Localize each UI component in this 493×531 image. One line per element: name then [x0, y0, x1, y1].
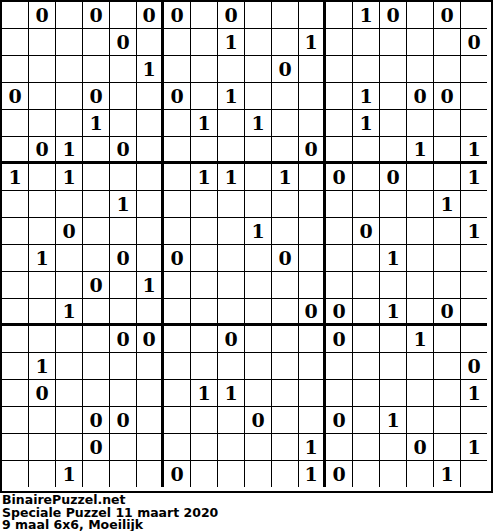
cell-r15c13-empty[interactable] — [326, 380, 353, 407]
cell-r6c10-empty[interactable] — [245, 137, 272, 164]
cell-r16c7-empty[interactable] — [164, 407, 191, 434]
cell-r10c15-given: 1 — [380, 245, 407, 272]
cell-r17c2-empty[interactable] — [29, 434, 56, 461]
cell-r2c2-empty[interactable] — [29, 29, 56, 56]
cell-r2c15-empty[interactable] — [380, 29, 407, 56]
cell-r7c4-empty[interactable] — [83, 164, 110, 191]
cell-r2c17-empty[interactable] — [434, 29, 461, 56]
cell-r3c2-empty[interactable] — [29, 56, 56, 83]
cell-r15c17-empty[interactable] — [434, 380, 461, 407]
cell-r6c8-empty[interactable] — [191, 137, 218, 164]
cell-r7c11-given: 1 — [272, 164, 299, 191]
cell-r3c12-empty[interactable] — [299, 56, 326, 83]
cell-r5c1-empty[interactable] — [2, 110, 29, 137]
cell-r14c14-empty[interactable] — [353, 353, 380, 380]
cell-r3c5-empty[interactable] — [110, 56, 137, 83]
cell-r3c6-given: 1 — [137, 56, 164, 83]
cell-r8c6-empty[interactable] — [137, 191, 164, 218]
cell-r15c8-given: 1 — [191, 380, 218, 407]
cell-r9c15-empty[interactable] — [380, 218, 407, 245]
cell-r9c13-empty[interactable] — [326, 218, 353, 245]
cell-r18c7-given: 0 — [164, 461, 191, 487]
cell-r9c6-empty[interactable] — [137, 218, 164, 245]
cell-r7c2-empty[interactable] — [29, 164, 56, 191]
cell-r7c3-given: 1 — [56, 164, 83, 191]
cell-r18c9-empty[interactable] — [218, 461, 245, 487]
cell-r16c17-empty[interactable] — [434, 407, 461, 434]
cell-r10c6-empty[interactable] — [137, 245, 164, 272]
cell-r3c17-empty[interactable] — [434, 56, 461, 83]
cell-r12c6-empty[interactable] — [137, 299, 164, 326]
cell-r11c9-empty[interactable] — [218, 272, 245, 299]
cell-r18c5-empty[interactable] — [110, 461, 137, 487]
cell-r8c2-empty[interactable] — [29, 191, 56, 218]
cell-r11c17-empty[interactable] — [434, 272, 461, 299]
cell-r6c11-empty[interactable] — [272, 137, 299, 164]
cell-r9c14-given: 0 — [353, 218, 380, 245]
cell-r11c14-empty[interactable] — [353, 272, 380, 299]
cell-r13c15-empty[interactable] — [380, 326, 407, 353]
cell-r2c12-given: 1 — [299, 29, 326, 56]
cell-r4c17-given: 0 — [434, 83, 461, 110]
cell-r6c6-empty[interactable] — [137, 137, 164, 164]
cell-r15c12-empty[interactable] — [299, 380, 326, 407]
cell-r5c18-empty[interactable] — [461, 110, 487, 137]
cell-r7c1-given: 1 — [2, 164, 29, 191]
cell-r6c13-empty[interactable] — [326, 137, 353, 164]
cell-r9c7-empty[interactable] — [164, 218, 191, 245]
cell-r2c1-empty[interactable] — [2, 29, 29, 56]
cell-r16c18-empty[interactable] — [461, 407, 487, 434]
cell-r14c10-empty[interactable] — [245, 353, 272, 380]
cell-r7c9-given: 1 — [218, 164, 245, 191]
cell-r8c9-empty[interactable] — [218, 191, 245, 218]
cell-r16c3-empty[interactable] — [56, 407, 83, 434]
cell-r17c4-given: 0 — [83, 434, 110, 461]
cell-r7c10-empty[interactable] — [245, 164, 272, 191]
cell-r10c10-empty[interactable] — [245, 245, 272, 272]
cell-r12c11-empty[interactable] — [272, 299, 299, 326]
cell-r17c16-given: 0 — [407, 434, 434, 461]
cell-r12c5-empty[interactable] — [110, 299, 137, 326]
cell-r1c2-given: 0 — [29, 2, 56, 29]
cell-r12c15-given: 1 — [380, 299, 407, 326]
cell-r3c4-empty[interactable] — [83, 56, 110, 83]
cell-r5c6-empty[interactable] — [137, 110, 164, 137]
cell-r13c5-given: 0 — [110, 326, 137, 353]
puzzle-board: 0000010001101000011001111010011111110011… — [0, 0, 493, 493]
cell-r9c18-given: 1 — [461, 218, 487, 245]
cell-r1c1-empty[interactable] — [2, 2, 29, 29]
cell-r2c8-empty[interactable] — [191, 29, 218, 56]
cell-r5c16-empty[interactable] — [407, 110, 434, 137]
cell-r12c12-given: 0 — [299, 299, 326, 326]
cell-r14c8-empty[interactable] — [191, 353, 218, 380]
cell-r6c16-given: 1 — [407, 137, 434, 164]
cell-r12c2-empty[interactable] — [29, 299, 56, 326]
cell-r10c8-empty[interactable] — [191, 245, 218, 272]
cell-r11c1-empty[interactable] — [2, 272, 29, 299]
cell-r8c3-empty[interactable] — [56, 191, 83, 218]
cell-r13c10-empty[interactable] — [245, 326, 272, 353]
cell-r13c11-empty[interactable] — [272, 326, 299, 353]
cell-r18c13-given: 0 — [326, 461, 353, 487]
cell-r5c9-empty[interactable] — [218, 110, 245, 137]
cell-r18c10-empty[interactable] — [245, 461, 272, 487]
cell-r7c13-given: 0 — [326, 164, 353, 191]
cell-r2c9-given: 1 — [218, 29, 245, 56]
cell-r18c15-empty[interactable] — [380, 461, 407, 487]
cell-r2c14-empty[interactable] — [353, 29, 380, 56]
cell-r11c12-empty[interactable] — [299, 272, 326, 299]
cell-r2c11-empty[interactable] — [272, 29, 299, 56]
cell-r10c17-empty[interactable] — [434, 245, 461, 272]
cell-r9c8-empty[interactable] — [191, 218, 218, 245]
cell-r5c2-empty[interactable] — [29, 110, 56, 137]
cell-r12c13-given: 0 — [326, 299, 353, 326]
cell-r8c4-empty[interactable] — [83, 191, 110, 218]
cell-r6c5-given: 0 — [110, 137, 137, 164]
cell-r8c5-given: 1 — [110, 191, 137, 218]
cell-r4c5-empty[interactable] — [110, 83, 137, 110]
cell-r9c16-empty[interactable] — [407, 218, 434, 245]
cell-r16c1-empty[interactable] — [2, 407, 29, 434]
cell-r4c8-empty[interactable] — [191, 83, 218, 110]
cell-r17c17-empty[interactable] — [434, 434, 461, 461]
cell-r8c1-empty[interactable] — [2, 191, 29, 218]
cell-r17c5-empty[interactable] — [110, 434, 137, 461]
cell-r10c3-empty[interactable] — [56, 245, 83, 272]
cell-r4c3-empty[interactable] — [56, 83, 83, 110]
cell-r7c12-empty[interactable] — [299, 164, 326, 191]
cell-r15c3-empty[interactable] — [56, 380, 83, 407]
cell-r18c17-given: 1 — [434, 461, 461, 487]
cell-r5c13-empty[interactable] — [326, 110, 353, 137]
cell-r2c4-empty[interactable] — [83, 29, 110, 56]
cell-r10c7-given: 0 — [164, 245, 191, 272]
cell-r16c6-empty[interactable] — [137, 407, 164, 434]
cell-r6c1-empty[interactable] — [2, 137, 29, 164]
cell-r7c16-empty[interactable] — [407, 164, 434, 191]
cell-r11c16-empty[interactable] — [407, 272, 434, 299]
cell-r4c11-empty[interactable] — [272, 83, 299, 110]
cell-r9c11-empty[interactable] — [272, 218, 299, 245]
cell-r7c7-empty[interactable] — [164, 164, 191, 191]
cell-r5c17-empty[interactable] — [434, 110, 461, 137]
cell-r5c8-given: 1 — [191, 110, 218, 137]
cell-r12c10-empty[interactable] — [245, 299, 272, 326]
cell-r3c16-empty[interactable] — [407, 56, 434, 83]
cell-r13c4-empty[interactable] — [83, 326, 110, 353]
cell-r18c6-empty[interactable] — [137, 461, 164, 487]
cell-r12c7-empty[interactable] — [164, 299, 191, 326]
cell-r16c12-empty[interactable] — [299, 407, 326, 434]
cell-r8c12-empty[interactable] — [299, 191, 326, 218]
cell-r14c13-empty[interactable] — [326, 353, 353, 380]
cell-r14c1-empty[interactable] — [2, 353, 29, 380]
cell-r3c14-empty[interactable] — [353, 56, 380, 83]
cell-r1c7-given: 0 — [164, 2, 191, 29]
cell-r7c14-empty[interactable] — [353, 164, 380, 191]
cell-r16c14-empty[interactable] — [353, 407, 380, 434]
cell-r9c9-empty[interactable] — [218, 218, 245, 245]
cell-r14c12-empty[interactable] — [299, 353, 326, 380]
cell-r6c12-given: 0 — [299, 137, 326, 164]
cell-r1c16-empty[interactable] — [407, 2, 434, 29]
cell-r1c8-empty[interactable] — [191, 2, 218, 29]
cell-r3c3-empty[interactable] — [56, 56, 83, 83]
cell-r16c2-empty[interactable] — [29, 407, 56, 434]
cell-r2c5-given: 0 — [110, 29, 137, 56]
cell-r15c5-empty[interactable] — [110, 380, 137, 407]
cell-r9c17-empty[interactable] — [434, 218, 461, 245]
cell-r5c11-empty[interactable] — [272, 110, 299, 137]
cell-r1c11-empty[interactable] — [272, 2, 299, 29]
cell-r9c1-empty[interactable] — [2, 218, 29, 245]
cell-r16c9-empty[interactable] — [218, 407, 245, 434]
cell-r13c17-empty[interactable] — [434, 326, 461, 353]
cell-r9c4-empty[interactable] — [83, 218, 110, 245]
cell-r4c13-empty[interactable] — [326, 83, 353, 110]
cell-r3c13-empty[interactable] — [326, 56, 353, 83]
cell-r8c14-empty[interactable] — [353, 191, 380, 218]
cell-r8c11-empty[interactable] — [272, 191, 299, 218]
cell-r13c16-given: 1 — [407, 326, 434, 353]
cell-r17c1-empty[interactable] — [2, 434, 29, 461]
cell-r14c3-empty[interactable] — [56, 353, 83, 380]
cell-r13c7-empty[interactable] — [164, 326, 191, 353]
cell-r15c11-empty[interactable] — [272, 380, 299, 407]
cell-r1c13-empty[interactable] — [326, 2, 353, 29]
cell-r8c15-empty[interactable] — [380, 191, 407, 218]
cell-r4c10-empty[interactable] — [245, 83, 272, 110]
cell-r11c11-empty[interactable] — [272, 272, 299, 299]
cell-r10c18-empty[interactable] — [461, 245, 487, 272]
cell-r3c1-empty[interactable] — [2, 56, 29, 83]
cell-r10c13-empty[interactable] — [326, 245, 353, 272]
cell-r2c7-empty[interactable] — [164, 29, 191, 56]
cell-r8c10-empty[interactable] — [245, 191, 272, 218]
cell-r2c13-empty[interactable] — [326, 29, 353, 56]
cell-r4c12-empty[interactable] — [299, 83, 326, 110]
cell-r3c9-empty[interactable] — [218, 56, 245, 83]
cell-r6c9-empty[interactable] — [218, 137, 245, 164]
cell-r13c13-given: 0 — [326, 326, 353, 353]
cell-r5c10-given: 1 — [245, 110, 272, 137]
cell-r7c5-empty[interactable] — [110, 164, 137, 191]
cell-r11c8-empty[interactable] — [191, 272, 218, 299]
cell-r1c6-given: 0 — [137, 2, 164, 29]
cell-r17c14-empty[interactable] — [353, 434, 380, 461]
cell-r9c12-empty[interactable] — [299, 218, 326, 245]
cell-r5c4-given: 1 — [83, 110, 110, 137]
cell-r12c9-empty[interactable] — [218, 299, 245, 326]
cell-r11c18-empty[interactable] — [461, 272, 487, 299]
cell-r11c13-empty[interactable] — [326, 272, 353, 299]
cell-r8c7-empty[interactable] — [164, 191, 191, 218]
cell-r10c14-empty[interactable] — [353, 245, 380, 272]
cell-r12c14-empty[interactable] — [353, 299, 380, 326]
cell-r17c15-empty[interactable] — [380, 434, 407, 461]
cell-r15c16-empty[interactable] — [407, 380, 434, 407]
cell-r12c18-empty[interactable] — [461, 299, 487, 326]
cell-r7c6-empty[interactable] — [137, 164, 164, 191]
cell-r4c2-empty[interactable] — [29, 83, 56, 110]
cell-r15c15-empty[interactable] — [380, 380, 407, 407]
cell-r18c4-empty[interactable] — [83, 461, 110, 487]
cell-r11c3-empty[interactable] — [56, 272, 83, 299]
cell-r5c3-empty[interactable] — [56, 110, 83, 137]
cell-r6c3-given: 1 — [56, 137, 83, 164]
cell-r17c10-empty[interactable] — [245, 434, 272, 461]
cell-r5c14-given: 1 — [353, 110, 380, 137]
cell-r18c16-empty[interactable] — [407, 461, 434, 487]
cell-r13c1-empty[interactable] — [2, 326, 29, 353]
cell-r14c4-empty[interactable] — [83, 353, 110, 380]
cell-r1c10-empty[interactable] — [245, 2, 272, 29]
cell-r2c10-empty[interactable] — [245, 29, 272, 56]
cell-r16c4-given: 0 — [83, 407, 110, 434]
cell-r2c16-empty[interactable] — [407, 29, 434, 56]
cell-r13c2-empty[interactable] — [29, 326, 56, 353]
cell-r17c12-given: 1 — [299, 434, 326, 461]
cell-r18c18-empty[interactable] — [461, 461, 487, 487]
cell-r1c4-given: 0 — [83, 2, 110, 29]
cell-r16c10-given: 0 — [245, 407, 272, 434]
cell-r4c18-empty[interactable] — [461, 83, 487, 110]
cell-r9c5-empty[interactable] — [110, 218, 137, 245]
cell-r14c15-empty[interactable] — [380, 353, 407, 380]
cell-r16c5-given: 0 — [110, 407, 137, 434]
cell-r14c5-empty[interactable] — [110, 353, 137, 380]
cell-r3c7-empty[interactable] — [164, 56, 191, 83]
cell-r12c1-empty[interactable] — [2, 299, 29, 326]
cell-r1c17-given: 0 — [434, 2, 461, 29]
cell-r11c7-empty[interactable] — [164, 272, 191, 299]
cell-r12c16-empty[interactable] — [407, 299, 434, 326]
cell-r10c4-empty[interactable] — [83, 245, 110, 272]
cell-r4c7-given: 0 — [164, 83, 191, 110]
cell-r1c5-empty[interactable] — [110, 2, 137, 29]
cell-r17c6-empty[interactable] — [137, 434, 164, 461]
cell-r14c7-empty[interactable] — [164, 353, 191, 380]
cell-r6c7-empty[interactable] — [164, 137, 191, 164]
cell-r15c4-empty[interactable] — [83, 380, 110, 407]
cell-r18c1-empty[interactable] — [2, 461, 29, 487]
cell-r5c15-empty[interactable] — [380, 110, 407, 137]
cell-r15c10-empty[interactable] — [245, 380, 272, 407]
cell-r1c18-empty[interactable] — [461, 2, 487, 29]
cell-r3c8-empty[interactable] — [191, 56, 218, 83]
cell-r4c15-empty[interactable] — [380, 83, 407, 110]
cell-r10c12-empty[interactable] — [299, 245, 326, 272]
cell-r7c8-given: 1 — [191, 164, 218, 191]
cell-r13c12-empty[interactable] — [299, 326, 326, 353]
cell-r13c3-empty[interactable] — [56, 326, 83, 353]
cell-r15c1-empty[interactable] — [2, 380, 29, 407]
cell-r1c3-empty[interactable] — [56, 2, 83, 29]
cell-r17c8-empty[interactable] — [191, 434, 218, 461]
cell-r5c7-empty[interactable] — [164, 110, 191, 137]
cell-r3c15-empty[interactable] — [380, 56, 407, 83]
cell-r15c9-given: 1 — [218, 380, 245, 407]
cell-r2c3-empty[interactable] — [56, 29, 83, 56]
cell-r14c18-given: 0 — [461, 353, 487, 380]
cell-r17c3-empty[interactable] — [56, 434, 83, 461]
cell-r16c16-empty[interactable] — [407, 407, 434, 434]
cell-r18c11-empty[interactable] — [272, 461, 299, 487]
cell-r11c10-empty[interactable] — [245, 272, 272, 299]
cell-r8c8-empty[interactable] — [191, 191, 218, 218]
cell-r14c17-empty[interactable] — [434, 353, 461, 380]
cell-r16c13-given: 0 — [326, 407, 353, 434]
cell-r17c13-empty[interactable] — [326, 434, 353, 461]
cell-r15c18-given: 1 — [461, 380, 487, 407]
cell-r16c11-empty[interactable] — [272, 407, 299, 434]
cell-r9c2-empty[interactable] — [29, 218, 56, 245]
cell-r14c11-empty[interactable] — [272, 353, 299, 380]
cell-r15c6-empty[interactable] — [137, 380, 164, 407]
cell-r1c12-empty[interactable] — [299, 2, 326, 29]
cell-r12c8-empty[interactable] — [191, 299, 218, 326]
cell-r11c5-empty[interactable] — [110, 272, 137, 299]
cell-r6c17-empty[interactable] — [434, 137, 461, 164]
cell-r6c18-given: 1 — [461, 137, 487, 164]
cell-r6c14-empty[interactable] — [353, 137, 380, 164]
cell-r17c11-empty[interactable] — [272, 434, 299, 461]
cell-r18c8-empty[interactable] — [191, 461, 218, 487]
cell-r7c17-empty[interactable] — [434, 164, 461, 191]
cell-r13c8-empty[interactable] — [191, 326, 218, 353]
cell-r11c15-empty[interactable] — [380, 272, 407, 299]
cell-r17c7-empty[interactable] — [164, 434, 191, 461]
cell-r2c6-empty[interactable] — [137, 29, 164, 56]
puzzle-caption: BinairePuzzel.net Speciale Puzzel 11 maa… — [0, 493, 493, 531]
cell-r17c9-empty[interactable] — [218, 434, 245, 461]
cell-r18c14-empty[interactable] — [353, 461, 380, 487]
cell-r16c8-empty[interactable] — [191, 407, 218, 434]
cell-r10c16-empty[interactable] — [407, 245, 434, 272]
cell-r13c14-empty[interactable] — [353, 326, 380, 353]
cell-r15c7-empty[interactable] — [164, 380, 191, 407]
cell-r13c18-empty[interactable] — [461, 326, 487, 353]
cell-r8c13-empty[interactable] — [326, 191, 353, 218]
cell-r1c14-given: 1 — [353, 2, 380, 29]
cell-r15c14-empty[interactable] — [353, 380, 380, 407]
cell-r13c9-given: 0 — [218, 326, 245, 353]
cell-r10c9-empty[interactable] — [218, 245, 245, 272]
cell-r11c2-empty[interactable] — [29, 272, 56, 299]
cell-r9c3-given: 0 — [56, 218, 83, 245]
cell-r6c4-empty[interactable] — [83, 137, 110, 164]
cell-r14c16-empty[interactable] — [407, 353, 434, 380]
cell-r10c1-empty[interactable] — [2, 245, 29, 272]
cell-r18c2-empty[interactable] — [29, 461, 56, 487]
cell-r8c18-empty[interactable] — [461, 191, 487, 218]
cell-r14c9-empty[interactable] — [218, 353, 245, 380]
cell-r3c18-empty[interactable] — [461, 56, 487, 83]
cell-r5c12-empty[interactable] — [299, 110, 326, 137]
cell-r8c16-empty[interactable] — [407, 191, 434, 218]
cell-r4c6-empty[interactable] — [137, 83, 164, 110]
cell-r14c6-empty[interactable] — [137, 353, 164, 380]
cell-r18c12-given: 1 — [299, 461, 326, 487]
cell-r3c10-empty[interactable] — [245, 56, 272, 83]
cell-r12c4-empty[interactable] — [83, 299, 110, 326]
cell-r6c15-empty[interactable] — [380, 137, 407, 164]
cell-r6c2-given: 0 — [29, 137, 56, 164]
cell-r5c5-empty[interactable] — [110, 110, 137, 137]
